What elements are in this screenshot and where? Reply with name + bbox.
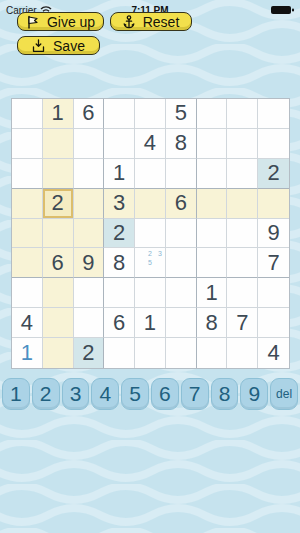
cell-r1c2[interactable]: 1 (43, 99, 74, 129)
cell-r9c5[interactable] (135, 338, 166, 368)
cell-r3c9[interactable]: 2 (258, 159, 289, 189)
save-icon (32, 39, 45, 53)
cell-r6c1[interactable] (12, 248, 43, 278)
cell-r8c2[interactable] (43, 308, 74, 338)
cell-r6c6[interactable] (166, 248, 197, 278)
cell-r9c1[interactable]: 1 (12, 338, 43, 368)
cell-r8c9[interactable] (258, 308, 289, 338)
numpad-key-7[interactable]: 7 (181, 378, 209, 410)
cell-r1c7[interactable] (197, 99, 228, 129)
cell-r4c4[interactable]: 3 (104, 189, 135, 219)
cell-r3c4[interactable]: 1 (104, 159, 135, 189)
cell-r5c3[interactable] (74, 219, 105, 249)
cell-r7c8[interactable] (227, 278, 258, 308)
cell-r5c6[interactable] (166, 219, 197, 249)
cell-r2c9[interactable] (258, 129, 289, 159)
cell-r7c6[interactable] (166, 278, 197, 308)
cell-r7c7[interactable]: 1 (197, 278, 228, 308)
cell-r8c8[interactable]: 7 (227, 308, 258, 338)
numpad-key-8[interactable]: 8 (211, 378, 239, 410)
cell-r6c4[interactable]: 8 (104, 248, 135, 278)
cell-r2c1[interactable] (12, 129, 43, 159)
cell-r4c5[interactable] (135, 189, 166, 219)
cell-r2c5[interactable]: 4 (135, 129, 166, 159)
cell-r8c6[interactable] (166, 308, 197, 338)
cell-r3c1[interactable] (12, 159, 43, 189)
cell-r1c3[interactable]: 6 (74, 99, 105, 129)
reset-button[interactable]: Reset (110, 12, 192, 31)
cell-r5c1[interactable] (12, 219, 43, 249)
pencil-marks-r6c5: 235 (135, 248, 165, 277)
cell-r2c6[interactable]: 8 (166, 129, 197, 159)
cell-r3c2[interactable] (43, 159, 74, 189)
cell-r5c4[interactable]: 2 (104, 219, 135, 249)
cell-r2c4[interactable] (104, 129, 135, 159)
cell-r4c8[interactable] (227, 189, 258, 219)
cell-r8c5[interactable]: 1 (135, 308, 166, 338)
numpad-key-4[interactable]: 4 (91, 378, 119, 410)
cell-r6c2[interactable]: 6 (43, 248, 74, 278)
cell-r5c8[interactable] (227, 219, 258, 249)
cell-r1c9[interactable] (258, 99, 289, 129)
numpad-key-5[interactable]: 5 (121, 378, 149, 410)
numpad-key-9[interactable]: 9 (240, 378, 268, 410)
numpad-key-2[interactable]: 2 (32, 378, 60, 410)
cell-r1c5[interactable] (135, 99, 166, 129)
cell-r4c7[interactable] (197, 189, 228, 219)
cell-r8c4[interactable]: 6 (104, 308, 135, 338)
cell-r7c9[interactable] (258, 278, 289, 308)
cell-r7c3[interactable] (74, 278, 105, 308)
cell-r3c6[interactable] (166, 159, 197, 189)
give-up-label: Give up (47, 14, 95, 30)
cell-r3c5[interactable] (135, 159, 166, 189)
cell-r3c7[interactable] (197, 159, 228, 189)
cell-r9c3[interactable]: 2 (74, 338, 105, 368)
cell-r7c5[interactable] (135, 278, 166, 308)
cell-r8c7[interactable]: 8 (197, 308, 228, 338)
sudoku-board: 1654812236296982357146187124 (11, 98, 290, 369)
numpad-key-1[interactable]: 1 (2, 378, 30, 410)
give-up-button[interactable]: Give up (17, 12, 104, 31)
cell-r3c8[interactable] (227, 159, 258, 189)
cell-r9c8[interactable] (227, 338, 258, 368)
flag-icon (26, 15, 39, 29)
numpad-delete-key[interactable]: del (270, 378, 298, 410)
cell-r3c3[interactable] (74, 159, 105, 189)
cell-r8c1[interactable]: 4 (12, 308, 43, 338)
cell-r5c9[interactable]: 9 (258, 219, 289, 249)
save-button[interactable]: Save (17, 36, 100, 55)
numpad-key-3[interactable]: 3 (62, 378, 90, 410)
reset-label: Reset (143, 14, 180, 30)
save-label: Save (53, 38, 85, 54)
cell-r8c3[interactable] (74, 308, 105, 338)
cell-r6c5[interactable]: 235 (135, 248, 166, 278)
cell-r2c7[interactable] (197, 129, 228, 159)
number-pad: 123456789del (0, 378, 300, 410)
cell-r1c8[interactable] (227, 99, 258, 129)
anchor-icon (123, 15, 135, 29)
cell-r7c2[interactable] (43, 278, 74, 308)
cell-r4c6[interactable]: 6 (166, 189, 197, 219)
numpad-key-6[interactable]: 6 (151, 378, 179, 410)
cell-r6c9[interactable]: 7 (258, 248, 289, 278)
cell-r1c1[interactable] (12, 99, 43, 129)
cell-r2c3[interactable] (74, 129, 105, 159)
cell-r7c1[interactable] (12, 278, 43, 308)
cell-r6c7[interactable] (197, 248, 228, 278)
cell-r9c7[interactable] (197, 338, 228, 368)
cell-r2c2[interactable] (43, 129, 74, 159)
cell-r4c9[interactable] (258, 189, 289, 219)
cell-r1c4[interactable] (104, 99, 135, 129)
cell-r5c2[interactable] (43, 219, 74, 249)
cell-r2c8[interactable] (227, 129, 258, 159)
cell-r5c5[interactable] (135, 219, 166, 249)
cell-r6c8[interactable] (227, 248, 258, 278)
cell-r6c3[interactable]: 9 (74, 248, 105, 278)
cell-r7c4[interactable] (104, 278, 135, 308)
cell-r9c4[interactable] (104, 338, 135, 368)
cell-r9c9[interactable]: 4 (258, 338, 289, 368)
cell-r4c2[interactable]: 2 (43, 189, 74, 219)
cell-r4c1[interactable] (12, 189, 43, 219)
cell-r4c3[interactable] (74, 189, 105, 219)
cell-r9c2[interactable] (43, 338, 74, 368)
cell-r9c6[interactable] (166, 338, 197, 368)
cell-r1c6[interactable]: 5 (166, 99, 197, 129)
cell-r5c7[interactable] (197, 219, 228, 249)
